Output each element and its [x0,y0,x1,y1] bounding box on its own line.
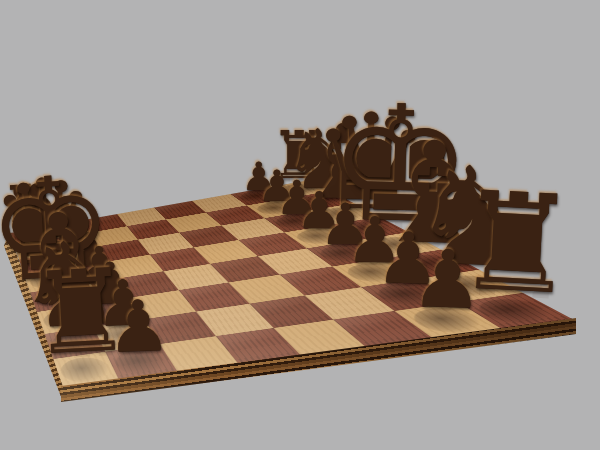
piece-right-rook[interactable]: ♜ [453,173,581,314]
piece-left-pawn[interactable]: ♟ [106,290,172,363]
render-scene: ♜♜♟♟♟♟♜♜♞♞♟♟♟♟♞♞♝♝♟♟♟♟♝♝♛♛♟♟♟♟♛♛♚♚♟♟♟♟♚♚… [0,0,600,450]
